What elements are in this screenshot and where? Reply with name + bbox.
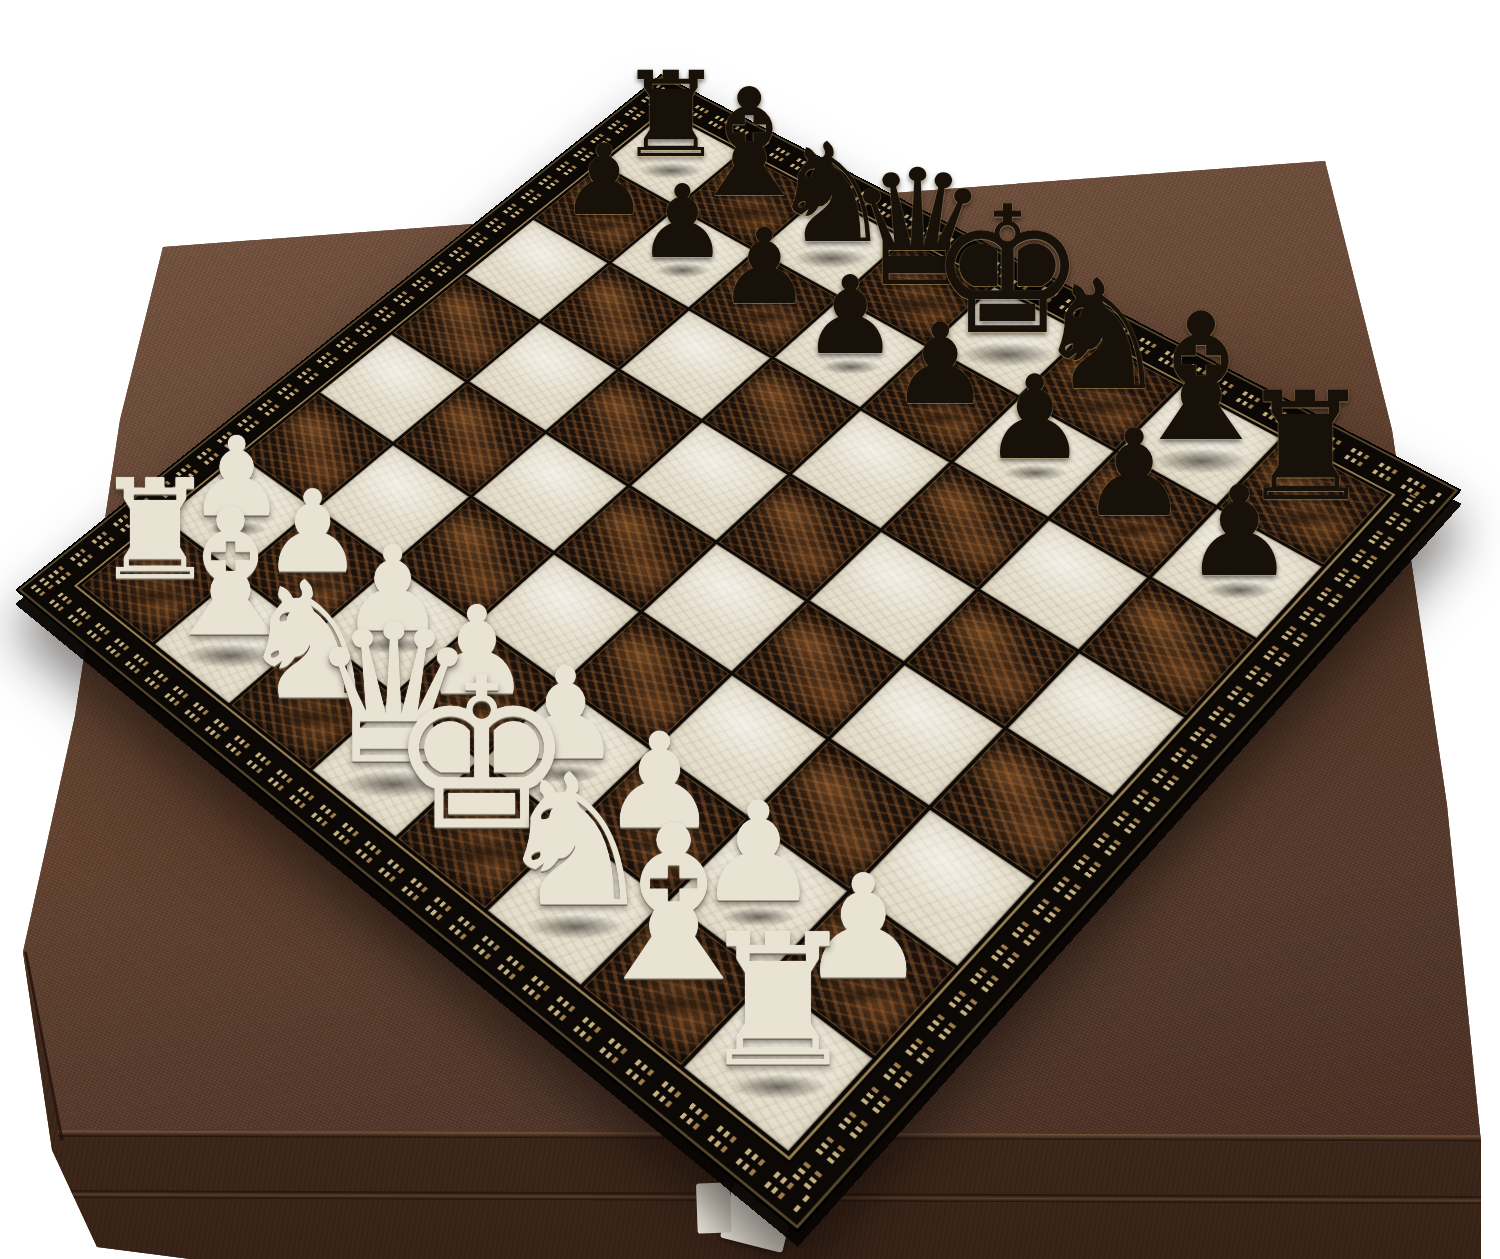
piece-white-rook-h1[interactable]: ♜ xyxy=(697,910,860,1092)
piece-black-pawn-e7[interactable]: ♟ xyxy=(890,310,990,422)
scene: ♜♝♞♛♚♞♝♜♟♟♟♟♟♟♟♟♟♟♟♟♟♟♟♟♜♝♞♛♚♞♝♜ xyxy=(0,0,1500,1259)
piece-black-pawn-d7[interactable]: ♟ xyxy=(802,262,899,370)
piece-black-pawn-a7[interactable]: ♟ xyxy=(560,130,648,228)
piece-black-pawn-c7[interactable]: ♟ xyxy=(717,216,811,321)
piece-black-pawn-g7[interactable]: ♟ xyxy=(1080,413,1188,533)
pieces-layer: ♜♝♞♛♚♞♝♜♟♟♟♟♟♟♟♟♟♟♟♟♟♟♟♟♜♝♞♛♚♞♝♜ xyxy=(0,0,1500,1259)
piece-black-pawn-b7[interactable]: ♟ xyxy=(637,172,728,273)
piece-black-pawn-f7[interactable]: ♟ xyxy=(983,360,1087,476)
piece-black-pawn-h7[interactable]: ♟ xyxy=(1183,469,1295,594)
